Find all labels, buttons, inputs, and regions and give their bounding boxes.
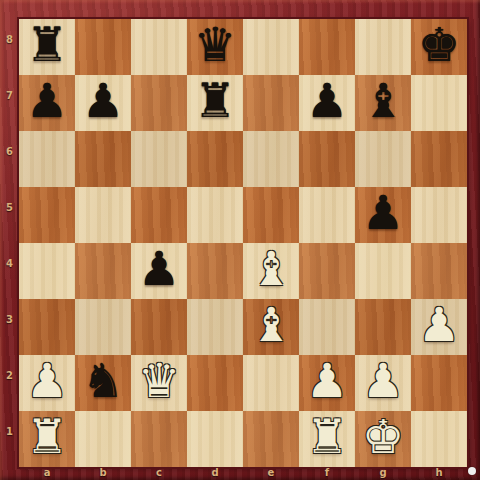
square-g8[interactable] [355,19,411,75]
file-label-e: e [243,465,299,480]
piece-black-knight[interactable]: ♞ [82,353,124,409]
square-d3[interactable] [187,299,243,355]
square-c3[interactable] [131,299,187,355]
square-a6[interactable] [19,131,75,187]
square-h4[interactable] [411,243,467,299]
square-b5[interactable] [75,187,131,243]
square-f2[interactable]: ♟ [299,355,355,411]
square-e2[interactable] [243,355,299,411]
square-b6[interactable] [75,131,131,187]
square-c4[interactable]: ♟ [131,243,187,299]
square-g2[interactable]: ♟ [355,355,411,411]
square-d8[interactable]: ♛ [187,19,243,75]
piece-white-pawn[interactable]: ♟ [306,353,348,409]
piece-white-rook[interactable]: ♜ [26,409,68,465]
square-d1[interactable] [187,411,243,467]
square-b8[interactable] [75,19,131,75]
square-f4[interactable] [299,243,355,299]
square-c5[interactable] [131,187,187,243]
square-h1[interactable] [411,411,467,467]
square-g6[interactable] [355,131,411,187]
square-f8[interactable] [299,19,355,75]
square-a3[interactable] [19,299,75,355]
file-label-h: h [411,465,467,480]
piece-white-pawn[interactable]: ♟ [418,297,460,353]
piece-black-king[interactable]: ♚ [418,17,460,73]
square-a5[interactable] [19,187,75,243]
square-f3[interactable] [299,299,355,355]
square-c1[interactable] [131,411,187,467]
chess-board-frame: ♜♛♚♟♟♜♟♝♟♟♝♝♟♟♞♛♟♟♜♜♚ 87654321abcdefgh [0,0,480,480]
piece-black-rook[interactable]: ♜ [26,17,68,73]
square-e6[interactable] [243,131,299,187]
file-label-d: d [187,465,243,480]
square-g4[interactable] [355,243,411,299]
piece-black-pawn[interactable]: ♟ [82,73,124,129]
piece-black-pawn[interactable]: ♟ [138,241,180,297]
rank-label-6: 6 [0,123,19,179]
square-c2[interactable]: ♛ [131,355,187,411]
piece-white-bishop[interactable]: ♝ [250,297,292,353]
board: ♜♛♚♟♟♜♟♝♟♟♝♝♟♟♞♛♟♟♜♜♚ [19,19,467,467]
square-g5[interactable]: ♟ [355,187,411,243]
piece-black-bishop[interactable]: ♝ [362,73,404,129]
square-e8[interactable] [243,19,299,75]
rank-label-2: 2 [0,347,19,403]
rank-label-3: 3 [0,291,19,347]
file-label-f: f [299,465,355,480]
rank-label-1: 1 [0,403,19,459]
square-e4[interactable]: ♝ [243,243,299,299]
square-e7[interactable] [243,75,299,131]
piece-white-pawn[interactable]: ♟ [26,353,68,409]
piece-white-queen[interactable]: ♛ [138,353,180,409]
file-label-c: c [131,465,187,480]
piece-white-rook[interactable]: ♜ [306,409,348,465]
square-a2[interactable]: ♟ [19,355,75,411]
square-d5[interactable] [187,187,243,243]
square-h8[interactable]: ♚ [411,19,467,75]
square-a7[interactable]: ♟ [19,75,75,131]
piece-black-pawn[interactable]: ♟ [306,73,348,129]
file-label-b: b [75,465,131,480]
rank-label-7: 7 [0,67,19,123]
square-e5[interactable] [243,187,299,243]
square-f1[interactable]: ♜ [299,411,355,467]
piece-black-pawn[interactable]: ♟ [362,185,404,241]
square-f7[interactable]: ♟ [299,75,355,131]
piece-white-pawn[interactable]: ♟ [362,353,404,409]
square-f5[interactable] [299,187,355,243]
square-a1[interactable]: ♜ [19,411,75,467]
square-b2[interactable]: ♞ [75,355,131,411]
square-e1[interactable] [243,411,299,467]
piece-white-bishop[interactable]: ♝ [250,241,292,297]
square-a4[interactable] [19,243,75,299]
piece-black-pawn[interactable]: ♟ [26,73,68,129]
square-h7[interactable] [411,75,467,131]
file-label-a: a [19,465,75,480]
square-c7[interactable] [131,75,187,131]
rank-label-5: 5 [0,179,19,235]
square-h5[interactable] [411,187,467,243]
square-e3[interactable]: ♝ [243,299,299,355]
piece-white-king[interactable]: ♚ [362,409,404,465]
square-g1[interactable]: ♚ [355,411,411,467]
square-b7[interactable]: ♟ [75,75,131,131]
file-label-g: g [355,465,411,480]
square-c8[interactable] [131,19,187,75]
side-to-move-indicator [468,467,476,475]
rank-label-4: 4 [0,235,19,291]
square-d2[interactable] [187,355,243,411]
square-f6[interactable] [299,131,355,187]
square-d7[interactable]: ♜ [187,75,243,131]
square-b3[interactable] [75,299,131,355]
piece-black-rook[interactable]: ♜ [194,73,236,129]
square-b4[interactable] [75,243,131,299]
square-g3[interactable] [355,299,411,355]
square-h3[interactable]: ♟ [411,299,467,355]
square-h2[interactable] [411,355,467,411]
square-c6[interactable] [131,131,187,187]
square-h6[interactable] [411,131,467,187]
rank-label-8: 8 [0,11,19,67]
square-g7[interactable]: ♝ [355,75,411,131]
square-b1[interactable] [75,411,131,467]
square-d6[interactable] [187,131,243,187]
square-a8[interactable]: ♜ [19,19,75,75]
piece-black-queen[interactable]: ♛ [194,17,236,73]
square-d4[interactable] [187,243,243,299]
